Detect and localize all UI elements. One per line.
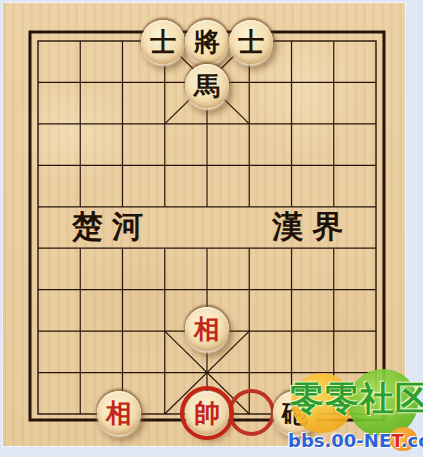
board-point-e5[interactable] [185, 227, 229, 267]
board-point-b9[interactable] [57, 64, 97, 108]
watermark-url-part3: .com [401, 430, 423, 451]
board-point-i7[interactable] [357, 148, 397, 188]
board-point-b4[interactable] [57, 267, 97, 307]
board-point-a10[interactable] [17, 20, 57, 64]
board-point-h8[interactable] [317, 108, 357, 148]
board-point-a7[interactable] [17, 148, 57, 188]
board-grid: 士將士馬相相帥砲 [17, 20, 397, 434]
board-point-c1[interactable]: 相 [97, 391, 141, 435]
board-point-c6[interactable] [97, 188, 141, 228]
move-origin-marker [228, 389, 275, 436]
board-point-i5[interactable] [357, 227, 397, 267]
piece-black-advisor-f10[interactable]: 士 [229, 20, 273, 64]
board-point-h4[interactable] [317, 267, 357, 307]
board-point-i4[interactable] [357, 267, 397, 307]
board-point-a9[interactable] [17, 64, 57, 108]
board-point-h7[interactable] [317, 148, 357, 188]
board-point-g3[interactable] [273, 307, 317, 351]
piece-black-general-e10[interactable]: 將 [185, 20, 229, 64]
piece-red-elephant-e3[interactable]: 相 [185, 307, 229, 351]
board-point-h5[interactable] [317, 227, 357, 267]
board-point-b3[interactable] [57, 307, 97, 351]
watermark-site-url: bbs.00-NET.com [288, 432, 423, 450]
board-point-e10[interactable]: 將 [185, 20, 229, 64]
piece-glyph: 士 [150, 29, 176, 55]
board-point-c2[interactable] [97, 351, 141, 391]
board-point-h10[interactable] [317, 20, 357, 64]
board-point-f1[interactable] [229, 391, 273, 435]
board-point-c3[interactable] [97, 307, 141, 351]
board-point-d2[interactable] [141, 351, 185, 391]
board-point-c8[interactable] [97, 108, 141, 148]
piece-glyph: 士 [238, 29, 264, 55]
board-point-a2[interactable] [17, 351, 57, 391]
piece-glyph: 相 [106, 400, 132, 426]
board-point-d5[interactable] [141, 227, 185, 267]
board-point-f10[interactable]: 士 [229, 20, 273, 64]
board-point-c7[interactable] [97, 148, 141, 188]
board-point-b7[interactable] [57, 148, 97, 188]
board-point-e9[interactable]: 馬 [185, 64, 229, 108]
board-point-e6[interactable] [185, 188, 229, 228]
board-point-f4[interactable] [229, 267, 273, 307]
board-point-g9[interactable] [273, 64, 317, 108]
board-point-b6[interactable] [57, 188, 97, 228]
board-point-e2[interactable] [185, 351, 229, 391]
board-point-d1[interactable] [141, 391, 185, 435]
board-point-e1[interactable]: 帥 [185, 391, 229, 435]
board-point-d10[interactable]: 士 [141, 20, 185, 64]
board-point-g10[interactable] [273, 20, 317, 64]
board-point-e3[interactable]: 相 [185, 307, 229, 351]
board-point-c9[interactable] [97, 64, 141, 108]
board-point-f3[interactable] [229, 307, 273, 351]
watermark-url-part2: T [391, 430, 401, 451]
board-point-a8[interactable] [17, 108, 57, 148]
board-point-i9[interactable] [357, 64, 397, 108]
piece-glyph: 馬 [194, 73, 220, 99]
piece-black-advisor-d10[interactable]: 士 [141, 20, 185, 64]
board-point-i8[interactable] [357, 108, 397, 148]
board-point-g6[interactable] [273, 188, 317, 228]
board-point-h9[interactable] [317, 64, 357, 108]
board-point-d7[interactable] [141, 148, 185, 188]
board-point-d9[interactable] [141, 64, 185, 108]
board-point-b2[interactable] [57, 351, 97, 391]
board-point-b5[interactable] [57, 227, 97, 267]
board-point-c10[interactable] [97, 20, 141, 64]
board-point-g8[interactable] [273, 108, 317, 148]
board-point-f8[interactable] [229, 108, 273, 148]
board-point-i3[interactable] [357, 307, 397, 351]
board-point-h3[interactable] [317, 307, 357, 351]
board-point-f6[interactable] [229, 188, 273, 228]
piece-black-horse-e9[interactable]: 馬 [185, 64, 229, 108]
board-point-g5[interactable] [273, 227, 317, 267]
board-point-i10[interactable] [357, 20, 397, 64]
piece-glyph: 將 [194, 29, 220, 55]
board-point-a3[interactable] [17, 307, 57, 351]
board-point-a1[interactable] [17, 391, 57, 435]
board-point-d3[interactable] [141, 307, 185, 351]
board-point-c4[interactable] [97, 267, 141, 307]
board-point-a5[interactable] [17, 227, 57, 267]
board-point-a6[interactable] [17, 188, 57, 228]
board-point-i6[interactable] [357, 188, 397, 228]
last-move-destination-ring [180, 386, 234, 440]
board-point-g4[interactable] [273, 267, 317, 307]
board-point-f9[interactable] [229, 64, 273, 108]
piece-red-elephant-c1[interactable]: 相 [97, 391, 141, 435]
board-point-b8[interactable] [57, 108, 97, 148]
board-point-c5[interactable] [97, 227, 141, 267]
board-point-f5[interactable] [229, 227, 273, 267]
board-point-h6[interactable] [317, 188, 357, 228]
board-point-b10[interactable] [57, 20, 97, 64]
board-point-e4[interactable] [185, 267, 229, 307]
board-point-e8[interactable] [185, 108, 229, 148]
board-point-d4[interactable] [141, 267, 185, 307]
xiangqi-screenshot: 楚河 漢界 士將士馬相相帥砲 零零社区 bbs.00-NET.com [0, 0, 423, 457]
board-point-a4[interactable] [17, 267, 57, 307]
board-point-e7[interactable] [185, 148, 229, 188]
board-point-g7[interactable] [273, 148, 317, 188]
watermark-site-name: 零零社区 [290, 381, 423, 415]
board-point-f7[interactable] [229, 148, 273, 188]
watermark-url-part1: bbs.00-NE [288, 430, 391, 451]
board-point-f2[interactable] [229, 351, 273, 391]
board-point-d6[interactable] [141, 188, 185, 228]
piece-glyph: 相 [194, 316, 220, 342]
board-point-b1[interactable] [57, 391, 97, 435]
board-point-d8[interactable] [141, 108, 185, 148]
